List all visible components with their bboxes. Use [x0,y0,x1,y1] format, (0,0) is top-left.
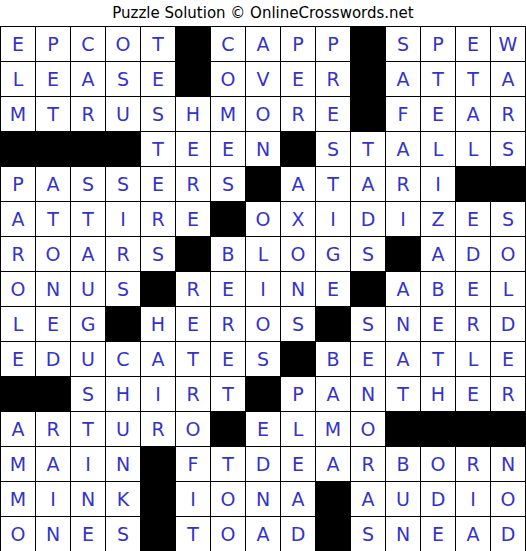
letter-cell-r7c11: S [351,237,385,271]
letter-cell-r6c10: I [316,202,350,236]
letter-cell-r3c7: M [211,97,245,131]
letter-cell-r15c1: O [1,517,35,551]
block-cell-r11c1 [1,377,35,411]
letter-cell-r10c4: C [106,342,140,376]
letter-cell-r14c15: O [491,482,525,516]
letter-cell-r1c14: E [456,27,490,61]
letter-cell-r6c11: D [351,202,385,236]
letter-cell-r12c9: L [281,412,315,446]
letter-cell-r4c13: L [421,132,455,166]
block-cell-r12c13 [421,412,455,446]
block-cell-r3c11 [351,97,385,131]
letter-cell-r7c8: L [246,237,280,271]
block-cell-r13c5 [141,447,175,481]
letter-cell-r5c12: R [386,167,420,201]
block-cell-r6c7 [211,202,245,236]
letter-cell-r15c7: O [211,517,245,551]
letter-cell-r7c5: S [141,237,175,271]
letter-cell-r13c8: D [246,447,280,481]
letter-cell-r13c10: A [316,447,350,481]
letter-cell-r1c7: C [211,27,245,61]
letter-cell-r15c15: D [491,517,525,551]
letter-cell-r9c12: N [386,307,420,341]
block-cell-r1c6 [176,27,210,61]
letter-cell-r8c2: N [36,272,70,306]
letter-cell-r1c5: T [141,27,175,61]
block-cell-r4c1 [1,132,35,166]
letter-cell-r10c15: E [491,342,525,376]
letter-cell-r1c9: P [281,27,315,61]
letter-cell-r4c8: N [246,132,280,166]
block-cell-r15c5 [141,517,175,551]
letter-cell-r2c15: A [491,62,525,96]
letter-cell-r13c2: A [36,447,70,481]
letter-cell-r10c3: U [71,342,105,376]
block-cell-r9c10 [316,307,350,341]
letter-cell-r8c7: E [211,272,245,306]
letter-cell-r6c2: T [36,202,70,236]
letter-cell-r15c12: N [386,517,420,551]
block-cell-r4c2 [36,132,70,166]
letter-cell-r12c11: O [351,412,385,446]
letter-cell-r1c10: P [316,27,350,61]
letter-cell-r8c1: O [1,272,35,306]
letter-cell-r7c15: O [491,237,525,271]
letter-cell-r7c10: G [316,237,350,271]
letter-cell-r11c14: E [456,377,490,411]
letter-cell-r2c5: E [141,62,175,96]
letter-cell-r6c12: I [386,202,420,236]
letter-cell-r14c1: M [1,482,35,516]
letter-cell-r1c13: P [421,27,455,61]
letter-cell-r14c13: D [421,482,455,516]
letter-cell-r5c3: S [71,167,105,201]
letter-cell-r3c6: H [176,97,210,131]
letter-cell-r8c9: N [281,272,315,306]
letter-cell-r13c7: T [211,447,245,481]
letter-cell-r15c6: T [176,517,210,551]
letter-cell-r11c6: R [176,377,210,411]
letter-cell-r2c7: O [211,62,245,96]
letter-cell-r13c15: N [491,447,525,481]
letter-cell-r3c4: U [106,97,140,131]
block-cell-r12c14 [456,412,490,446]
letter-cell-r10c14: L [456,342,490,376]
letter-cell-r9c14: R [456,307,490,341]
block-cell-r14c10 [316,482,350,516]
letter-cell-r6c6: E [176,202,210,236]
letter-cell-r1c15: W [491,27,525,61]
letter-cell-r13c3: I [71,447,105,481]
letter-cell-r7c13: A [421,237,455,271]
letter-cell-r8c3: U [71,272,105,306]
letter-cell-r5c5: E [141,167,175,201]
block-cell-r14c5 [141,482,175,516]
letter-cell-r2c13: T [421,62,455,96]
letter-cell-r12c3: T [71,412,105,446]
letter-cell-r1c4: O [106,27,140,61]
letter-cell-r15c2: N [36,517,70,551]
letter-cell-r9c3: G [71,307,105,341]
letter-cell-r6c14: E [456,202,490,236]
letter-cell-r9c2: E [36,307,70,341]
letter-cell-r13c6: F [176,447,210,481]
letter-cell-r2c12: A [386,62,420,96]
block-cell-r4c9 [281,132,315,166]
block-cell-r5c14 [456,167,490,201]
block-cell-r5c8 [246,167,280,201]
letter-cell-r15c11: S [351,517,385,551]
letter-cell-r10c11: E [351,342,385,376]
letter-cell-r6c1: A [1,202,35,236]
letter-cell-r9c8: O [246,307,280,341]
letter-cell-r14c6: I [176,482,210,516]
letter-cell-r4c15: S [491,132,525,166]
letter-cell-r11c7: T [211,377,245,411]
letter-cell-r6c13: Z [421,202,455,236]
letter-cell-r4c6: E [176,132,210,166]
letter-cell-r4c12: A [386,132,420,166]
letter-cell-r12c2: R [36,412,70,446]
letter-cell-r2c2: E [36,62,70,96]
block-cell-r5c15 [491,167,525,201]
letter-cell-r1c12: S [386,27,420,61]
letter-cell-r13c14: R [456,447,490,481]
letter-cell-r5c10: T [316,167,350,201]
letter-cell-r4c7: E [211,132,245,166]
letter-cell-r3c5: S [141,97,175,131]
letter-cell-r5c2: A [36,167,70,201]
letter-cell-r9c6: E [176,307,210,341]
letter-cell-r10c13: T [421,342,455,376]
letter-cell-r12c8: E [246,412,280,446]
letter-cell-r13c4: N [106,447,140,481]
letter-cell-r11c3: S [71,377,105,411]
letter-cell-r11c12: T [386,377,420,411]
block-cell-r7c6 [176,237,210,271]
letter-cell-r8c10: E [316,272,350,306]
letter-cell-r15c3: E [71,517,105,551]
page-title: Puzzle Solution © OnlineCrosswords.net [0,0,526,26]
letter-cell-r15c14: A [456,517,490,551]
block-cell-r9c4 [106,307,140,341]
crossword-grid: EPCOTCAPPSPEWLEASEOVERATTAMTRUSHMOREFEAR… [0,26,526,551]
letter-cell-r12c1: A [1,412,35,446]
letter-cell-r15c4: S [106,517,140,551]
letter-cell-r1c8: A [246,27,280,61]
letter-cell-r4c10: S [316,132,350,166]
letter-cell-r2c10: R [316,62,350,96]
letter-cell-r11c13: H [421,377,455,411]
letter-cell-r3c3: R [71,97,105,131]
letter-cell-r10c12: A [386,342,420,376]
letter-cell-r8c4: S [106,272,140,306]
letter-cell-r13c11: R [351,447,385,481]
letter-cell-r3c9: R [281,97,315,131]
letter-cell-r9c15: D [491,307,525,341]
letter-cell-r14c2: I [36,482,70,516]
letter-cell-r6c4: I [106,202,140,236]
letter-cell-r11c10: A [316,377,350,411]
letter-cell-r10c1: E [1,342,35,376]
letter-cell-r4c11: T [351,132,385,166]
letter-cell-r11c9: P [281,377,315,411]
letter-cell-r6c5: R [141,202,175,236]
letter-cell-r2c3: A [71,62,105,96]
letter-cell-r5c7: S [211,167,245,201]
letter-cell-r9c7: R [211,307,245,341]
letter-cell-r2c1: L [1,62,35,96]
letter-cell-r3c14: A [456,97,490,131]
block-cell-r12c12 [386,412,420,446]
letter-cell-r5c9: A [281,167,315,201]
letter-cell-r5c6: R [176,167,210,201]
block-cell-r10c9 [281,342,315,376]
letter-cell-r10c5: A [141,342,175,376]
letter-cell-r5c11: A [351,167,385,201]
block-cell-r7c12 [386,237,420,271]
letter-cell-r7c1: R [1,237,35,271]
letter-cell-r8c12: A [386,272,420,306]
letter-cell-r4c14: L [456,132,490,166]
letter-cell-r15c9: D [281,517,315,551]
letter-cell-r11c5: I [141,377,175,411]
letter-cell-r5c4: S [106,167,140,201]
letter-cell-r14c8: N [246,482,280,516]
block-cell-r1c11 [351,27,385,61]
letter-cell-r3c12: F [386,97,420,131]
letter-cell-r2c8: V [246,62,280,96]
letter-cell-r3c1: M [1,97,35,131]
letter-cell-r6c15: S [491,202,525,236]
letter-cell-r2c14: T [456,62,490,96]
letter-cell-r2c4: S [106,62,140,96]
letter-cell-r8c8: I [246,272,280,306]
letter-cell-r8c13: B [421,272,455,306]
letter-cell-r3c10: E [316,97,350,131]
letter-cell-r11c4: H [106,377,140,411]
letter-cell-r11c15: R [491,377,525,411]
block-cell-r15c10 [316,517,350,551]
letter-cell-r3c2: T [36,97,70,131]
crossword-solution-page: Puzzle Solution © OnlineCrosswords.net E… [0,0,526,551]
letter-cell-r13c1: M [1,447,35,481]
letter-cell-r13c13: O [421,447,455,481]
block-cell-r11c2 [36,377,70,411]
letter-cell-r7c9: O [281,237,315,271]
letter-cell-r15c13: E [421,517,455,551]
block-cell-r4c3 [71,132,105,166]
letter-cell-r14c12: U [386,482,420,516]
block-cell-r12c15 [491,412,525,446]
letter-cell-r8c15: L [491,272,525,306]
block-cell-r12c7 [211,412,245,446]
letter-cell-r9c1: L [1,307,35,341]
letter-cell-r15c8: A [246,517,280,551]
block-cell-r8c5 [141,272,175,306]
letter-cell-r6c8: O [246,202,280,236]
letter-cell-r3c15: R [491,97,525,131]
letter-cell-r14c9: A [281,482,315,516]
letter-cell-r14c14: I [456,482,490,516]
letter-cell-r12c10: M [316,412,350,446]
letter-cell-r12c4: U [106,412,140,446]
block-cell-r11c8 [246,377,280,411]
letter-cell-r5c13: I [421,167,455,201]
letter-cell-r10c8: S [246,342,280,376]
letter-cell-r13c9: E [281,447,315,481]
letter-cell-r10c2: D [36,342,70,376]
letter-cell-r7c4: R [106,237,140,271]
letter-cell-r8c6: R [176,272,210,306]
letter-cell-r12c6: O [176,412,210,446]
letter-cell-r14c3: N [71,482,105,516]
letter-cell-r3c8: O [246,97,280,131]
letter-cell-r14c7: O [211,482,245,516]
letter-cell-r10c6: T [176,342,210,376]
letter-cell-r11c11: N [351,377,385,411]
letter-cell-r3c13: E [421,97,455,131]
letter-cell-r9c5: H [141,307,175,341]
block-cell-r2c11 [351,62,385,96]
letter-cell-r14c4: K [106,482,140,516]
block-cell-r2c6 [176,62,210,96]
letter-cell-r2c9: E [281,62,315,96]
letter-cell-r13c12: B [386,447,420,481]
block-cell-r4c4 [106,132,140,166]
letter-cell-r7c7: B [211,237,245,271]
letter-cell-r7c3: A [71,237,105,271]
letter-cell-r12c5: R [141,412,175,446]
letter-cell-r10c7: E [211,342,245,376]
letter-cell-r1c3: C [71,27,105,61]
letter-cell-r7c2: O [36,237,70,271]
letter-cell-r1c1: E [1,27,35,61]
letter-cell-r5c1: P [1,167,35,201]
letter-cell-r9c9: S [281,307,315,341]
block-cell-r8c11 [351,272,385,306]
letter-cell-r1c2: P [36,27,70,61]
letter-cell-r8c14: E [456,272,490,306]
letter-cell-r7c14: D [456,237,490,271]
letter-cell-r6c9: X [281,202,315,236]
letter-cell-r14c11: A [351,482,385,516]
letter-cell-r9c13: E [421,307,455,341]
letter-cell-r9c11: S [351,307,385,341]
letter-cell-r6c3: T [71,202,105,236]
letter-cell-r10c10: B [316,342,350,376]
letter-cell-r4c5: T [141,132,175,166]
